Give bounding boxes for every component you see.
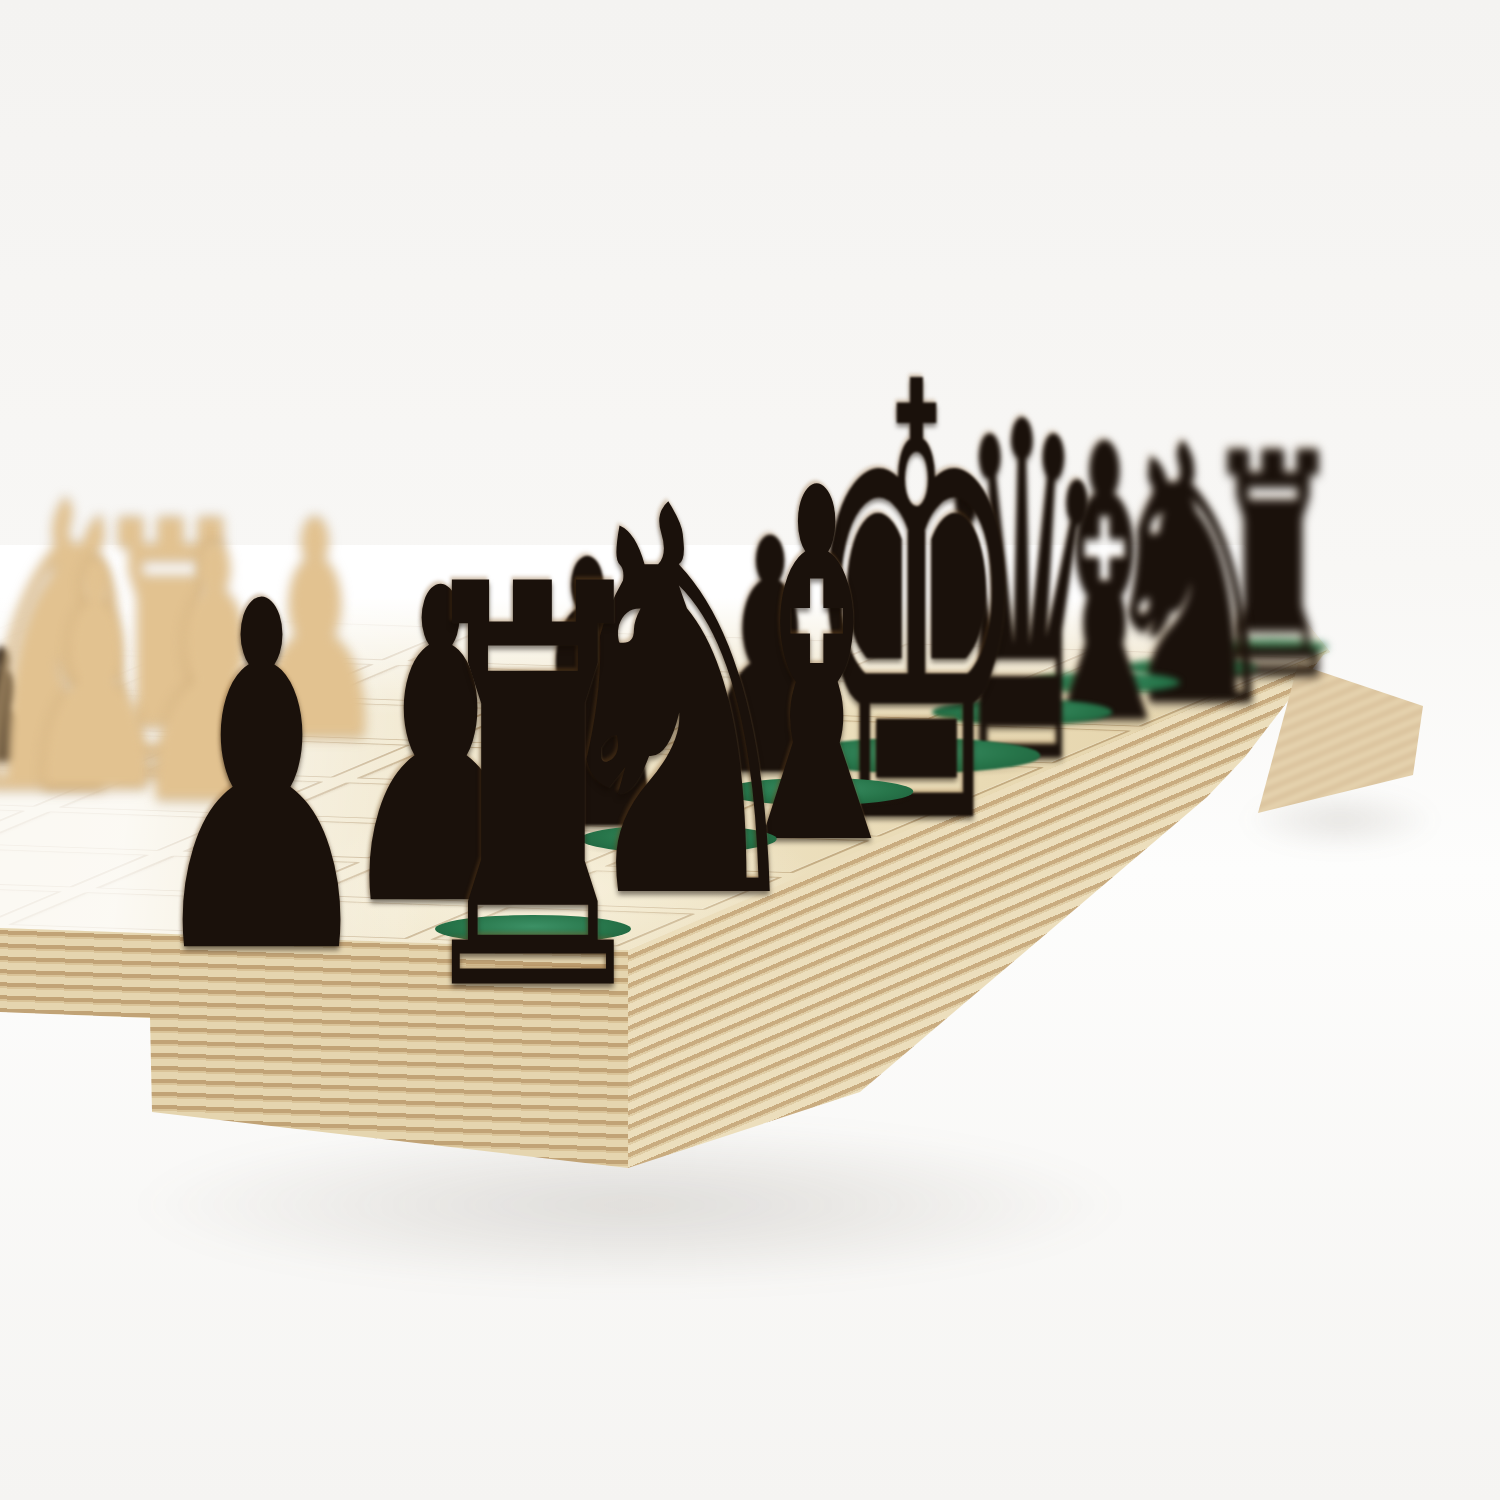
photo-scene: ♞♟♜♟♟♟♟♟♟♟♜♞♝♚♛♝♞♜ bbox=[0, 0, 1500, 1500]
black-pawn-h7[interactable]: ♟ bbox=[129, 642, 395, 908]
black-rook-glyph: ♜ bbox=[404, 515, 662, 1068]
black-pawn-glyph: ♟ bbox=[144, 542, 380, 1021]
black-rook-h8[interactable]: ♜ bbox=[358, 588, 708, 938]
